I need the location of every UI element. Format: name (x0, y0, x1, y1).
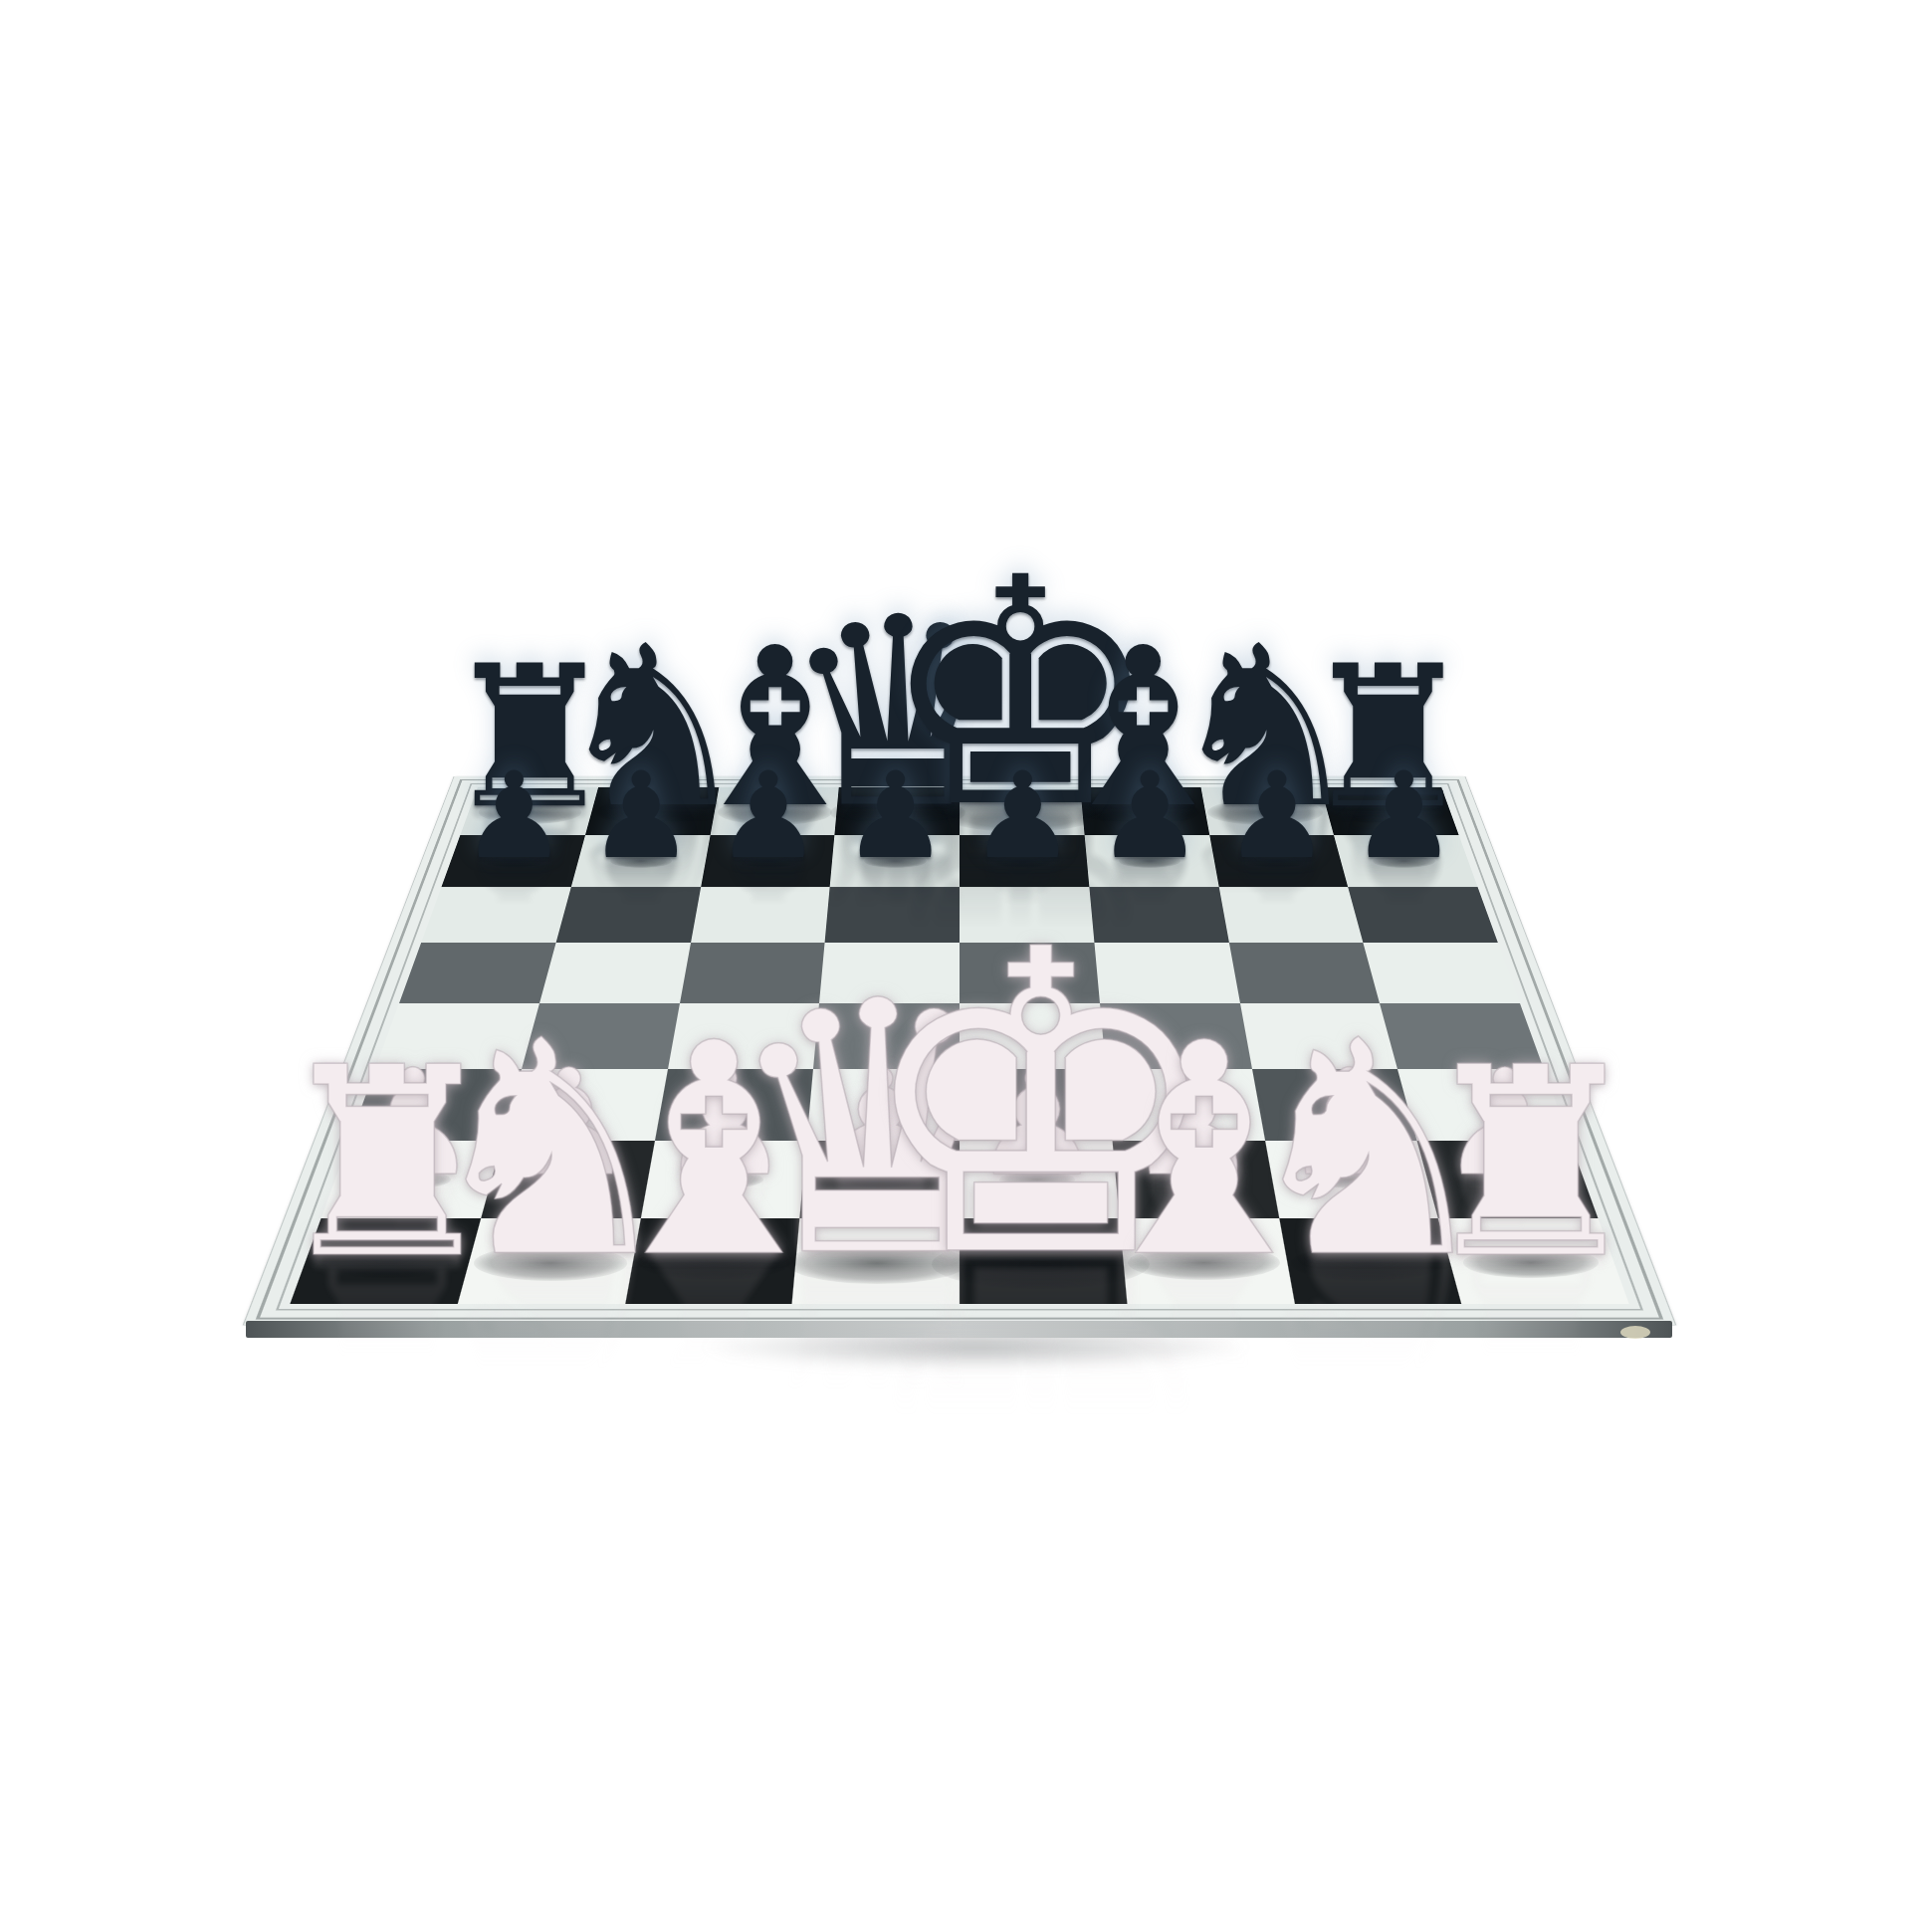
piece-black-pawn-b7[interactable]: ♟ (587, 756, 694, 876)
piece-black-pawn-c7[interactable]: ♟ (715, 756, 821, 876)
pieces-layer: ♜♜♞♞♝♝♛♛♚♚♝♝♞♞♜♜♟♟♟♟♟♟♟♟♟♟♟♟♟♟♟♟♟♟♟♟♟♟♟♟… (0, 0, 1931, 1932)
piece-black-pawn-d7[interactable]: ♟ (842, 756, 949, 876)
piece-black-pawn-e7[interactable]: ♟ (969, 756, 1076, 876)
piece-black-pawn-g7[interactable]: ♟ (1223, 756, 1330, 876)
piece-black-pawn-a7[interactable]: ♟ (461, 756, 567, 876)
piece-black-pawn-f7[interactable]: ♟ (1096, 756, 1202, 876)
glass-chess-set-photo: ♜♜♞♞♝♝♛♛♚♚♝♝♞♞♜♜♟♟♟♟♟♟♟♟♟♟♟♟♟♟♟♟♟♟♟♟♟♟♟♟… (0, 0, 1931, 1932)
piece-black-pawn-h7[interactable]: ♟ (1351, 756, 1457, 876)
piece-white-rook-h1[interactable]: ♜ (1413, 1033, 1647, 1294)
